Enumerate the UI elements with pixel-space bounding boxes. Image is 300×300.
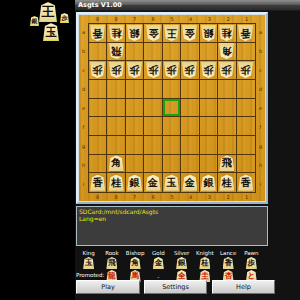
coord-label: c — [256, 61, 265, 80]
square-4f[interactable] — [181, 117, 199, 136]
legend-piece-king: 玉 — [83, 257, 94, 269]
status-language: Lang=en — [79, 215, 265, 222]
square-9d[interactable] — [89, 80, 107, 99]
app-title: Asgts V1.00 — [78, 1, 122, 9]
square-8i[interactable]: 桂 — [107, 173, 125, 192]
coord-label: e — [79, 99, 88, 118]
square-2a[interactable]: 桂 — [218, 24, 236, 43]
coord-label: 6 — [144, 193, 163, 201]
square-9e[interactable] — [89, 99, 107, 118]
sente-piece-銀: 銀 — [201, 175, 216, 191]
no-promotion-dash: - — [157, 273, 159, 280]
square-7g[interactable] — [126, 136, 144, 155]
square-2c[interactable]: 歩 — [218, 61, 236, 80]
legend-name-gold: Gold — [147, 250, 170, 257]
gote-piece-歩: 歩 — [164, 62, 179, 78]
square-2i[interactable]: 桂 — [218, 173, 236, 192]
legend-names-row: KingRookBishopGoldSilverKnightLancePawn — [77, 250, 263, 257]
square-7d[interactable] — [126, 80, 144, 99]
legend-name-king: King — [77, 250, 100, 257]
gote-piece-歩: 歩 — [201, 62, 216, 78]
status-console: SDCard:/mnt/sdcard/Asgts Lang=en — [76, 206, 268, 246]
sente-piece-飛: 飛 — [219, 155, 234, 171]
gote-piece-飛: 飛 — [109, 43, 124, 59]
gote-piece-金: 金 — [182, 25, 197, 41]
square-9a[interactable]: 香 — [89, 24, 107, 43]
square-9i[interactable]: 香 — [89, 173, 107, 192]
square-1f[interactable] — [237, 117, 255, 136]
square-1d[interactable] — [237, 80, 255, 99]
status-sdcard-path: SDCard:/mnt/sdcard/Asgts — [79, 208, 265, 215]
legend-piece-rook: 飛 — [106, 257, 117, 269]
square-8f[interactable] — [107, 117, 125, 136]
sente-piece-玉: 玉 — [164, 175, 179, 191]
gote-piece-歩: 歩 — [182, 62, 197, 78]
square-4d[interactable] — [181, 80, 199, 99]
square-5i[interactable]: 玉 — [163, 173, 181, 192]
coord-label: g — [256, 136, 265, 155]
coord-label: 6 — [144, 15, 163, 23]
square-3h[interactable] — [200, 155, 218, 174]
gote-piece-歩: 歩 — [238, 62, 253, 78]
gote-piece-歩: 歩 — [109, 62, 124, 78]
coord-label: 2 — [219, 193, 238, 201]
square-5h[interactable] — [163, 155, 181, 174]
gote-piece-王: 王 — [164, 25, 179, 41]
icon-shogi-piece: 王 — [39, 2, 57, 22]
square-1h[interactable] — [237, 155, 255, 174]
file-labels-top: 987654321 — [88, 15, 256, 23]
coord-label: e — [256, 99, 265, 118]
board-wood: 987654321 abcdefghi 香桂銀金王金銀桂香飛角歩歩歩歩歩歩歩歩歩… — [79, 15, 265, 201]
coord-label: h — [79, 155, 88, 174]
piece-legend: KingRookBishopGoldSilverKnightLancePawn … — [77, 250, 263, 282]
coord-label: 7 — [125, 15, 144, 23]
square-4b[interactable] — [181, 43, 199, 62]
square-8g[interactable] — [107, 136, 125, 155]
icon-shogi-piece: 歩 — [60, 13, 69, 23]
square-9g[interactable] — [89, 136, 107, 155]
gote-piece-金: 金 — [146, 25, 161, 41]
square-7f[interactable] — [126, 117, 144, 136]
legend-name-knight: Knight — [193, 250, 216, 257]
coord-label: b — [79, 42, 88, 61]
sente-piece-香: 香 — [90, 175, 105, 191]
coord-label: 2 — [219, 15, 238, 23]
gote-piece-歩: 歩 — [127, 62, 142, 78]
square-5g[interactable] — [163, 136, 181, 155]
coord-label: 5 — [163, 193, 182, 201]
square-8d[interactable] — [107, 80, 125, 99]
legend-piece-knight: 桂 — [199, 257, 210, 269]
square-2d[interactable] — [218, 80, 236, 99]
square-1g[interactable] — [237, 136, 255, 155]
square-2h[interactable]: 飛 — [218, 155, 236, 174]
square-6f[interactable] — [144, 117, 162, 136]
square-1e[interactable] — [237, 99, 255, 118]
file-labels-bottom: 987654321 — [88, 193, 256, 201]
square-6g[interactable] — [144, 136, 162, 155]
legend-name-pawn: Pawn — [240, 250, 263, 257]
board-grid: 香桂銀金王金銀桂香飛角歩歩歩歩歩歩歩歩歩角飛香桂銀金玉金銀桂香 — [88, 23, 256, 193]
square-2e[interactable] — [218, 99, 236, 118]
coord-label: 8 — [107, 193, 126, 201]
square-4h[interactable] — [181, 155, 199, 174]
square-2b[interactable]: 角 — [218, 43, 236, 62]
sente-piece-角: 角 — [109, 155, 124, 171]
coord-label: d — [79, 80, 88, 99]
sente-piece-香: 香 — [238, 175, 253, 191]
coord-label: 7 — [125, 193, 144, 201]
coord-label: 1 — [237, 15, 256, 23]
square-3e[interactable] — [200, 99, 218, 118]
coord-label: f — [256, 117, 265, 136]
square-8e[interactable] — [107, 99, 125, 118]
sente-piece-桂: 桂 — [109, 175, 124, 191]
coord-label: i — [79, 174, 88, 193]
square-4a[interactable]: 金 — [181, 24, 199, 43]
legend-piece-pawn: 歩 — [246, 257, 257, 269]
sente-piece-金: 金 — [146, 175, 161, 191]
square-2f[interactable] — [218, 117, 236, 136]
coord-label: b — [256, 42, 265, 61]
square-3i[interactable]: 銀 — [200, 173, 218, 192]
shogi-board-panel: 987654321 abcdefghi 香桂銀金王金銀桂香飛角歩歩歩歩歩歩歩歩歩… — [76, 12, 268, 204]
rank-labels-left: abcdefghi — [79, 23, 88, 193]
coord-label: 8 — [107, 15, 126, 23]
square-1a[interactable]: 香 — [237, 24, 255, 43]
gote-piece-香: 香 — [90, 25, 105, 41]
gote-piece-角: 角 — [219, 43, 234, 59]
sente-piece-金: 金 — [182, 175, 197, 191]
square-5c[interactable]: 歩 — [163, 61, 181, 80]
square-9f[interactable] — [89, 117, 107, 136]
selection-cursor — [163, 99, 180, 117]
legend-name-silver: Silver — [170, 250, 193, 257]
legend-name-lance: Lance — [217, 250, 240, 257]
sente-piece-銀: 銀 — [127, 175, 142, 191]
title-bar: Asgts V1.00 — [75, 0, 300, 11]
icon-shogi-piece: 玉 — [43, 23, 59, 41]
square-3d[interactable] — [200, 80, 218, 99]
legend-piece-lance: 香 — [223, 257, 234, 269]
square-4e[interactable] — [181, 99, 199, 118]
square-4c[interactable]: 歩 — [181, 61, 199, 80]
square-5e[interactable] — [163, 99, 181, 118]
square-4i[interactable]: 金 — [181, 173, 199, 192]
rank-labels-right: abcdefghi — [256, 23, 265, 193]
square-6d[interactable] — [144, 80, 162, 99]
gote-piece-歩: 歩 — [146, 62, 161, 78]
square-3c[interactable]: 歩 — [200, 61, 218, 80]
settings-button[interactable]: Settings — [144, 280, 207, 294]
gote-piece-銀: 銀 — [201, 25, 216, 41]
square-5f[interactable] — [163, 117, 181, 136]
square-8c[interactable]: 歩 — [107, 61, 125, 80]
square-7i[interactable]: 銀 — [126, 173, 144, 192]
sente-piece-桂: 桂 — [219, 175, 234, 191]
square-4g[interactable] — [181, 136, 199, 155]
coord-label: h — [256, 155, 265, 174]
square-3g[interactable] — [200, 136, 218, 155]
legend-name-rook: Rook — [100, 250, 123, 257]
square-8a[interactable]: 桂 — [107, 24, 125, 43]
screen: 王玉銀歩 Asgts V1.00 987654321 abcdefghi 香桂銀… — [0, 0, 300, 300]
square-9h[interactable] — [89, 155, 107, 174]
coord-label: d — [256, 80, 265, 99]
legend-piece-gold: 金 — [153, 257, 164, 269]
promoted-label: Promoted: — [76, 272, 104, 278]
gote-piece-銀: 銀 — [127, 25, 142, 41]
square-1c[interactable]: 歩 — [237, 61, 255, 80]
square-7h[interactable] — [126, 155, 144, 174]
gote-piece-歩: 歩 — [90, 62, 105, 78]
square-6b[interactable] — [144, 43, 162, 62]
legend-piece-silver: 銀 — [176, 257, 187, 269]
square-8b[interactable]: 飛 — [107, 43, 125, 62]
square-7b[interactable] — [126, 43, 144, 62]
legend-tiles-row: 玉飛角金銀桂香歩 — [77, 257, 263, 269]
coord-label: 4 — [181, 15, 200, 23]
square-6i[interactable]: 金 — [144, 173, 162, 192]
legend-name-bishop: Bishop — [124, 250, 147, 257]
square-3a[interactable]: 銀 — [200, 24, 218, 43]
coord-label: f — [79, 117, 88, 136]
square-9b[interactable] — [89, 43, 107, 62]
coord-label: 9 — [88, 15, 107, 23]
play-button[interactable]: Play — [76, 280, 140, 294]
coord-label: 3 — [200, 193, 219, 201]
coord-label: a — [79, 23, 88, 42]
square-5b[interactable] — [163, 43, 181, 62]
coord-label: 9 — [88, 193, 107, 201]
coord-label: c — [79, 61, 88, 80]
square-3f[interactable] — [200, 117, 218, 136]
square-7e[interactable] — [126, 99, 144, 118]
app-window: Asgts V1.00 987654321 abcdefghi 香桂銀金王金銀桂… — [75, 0, 300, 300]
square-6e[interactable] — [144, 99, 162, 118]
square-8h[interactable]: 角 — [107, 155, 125, 174]
help-button[interactable]: Help — [212, 280, 275, 294]
square-6c[interactable]: 歩 — [144, 61, 162, 80]
coord-label: 4 — [181, 193, 200, 201]
coord-label: g — [79, 136, 88, 155]
square-9c[interactable]: 歩 — [89, 61, 107, 80]
square-3b[interactable] — [200, 43, 218, 62]
square-2g[interactable] — [218, 136, 236, 155]
gote-piece-歩: 歩 — [219, 62, 234, 78]
gote-piece-桂: 桂 — [109, 25, 124, 41]
square-1b[interactable] — [237, 43, 255, 62]
square-1i[interactable]: 香 — [237, 173, 255, 192]
gote-piece-香: 香 — [238, 25, 253, 41]
square-6h[interactable] — [144, 155, 162, 174]
square-6a[interactable]: 金 — [144, 24, 162, 43]
gote-piece-桂: 桂 — [219, 25, 234, 41]
coord-label: i — [256, 174, 265, 193]
coord-label: a — [256, 23, 265, 42]
coord-label: 5 — [163, 15, 182, 23]
square-7c[interactable]: 歩 — [126, 61, 144, 80]
icon-shogi-piece: 銀 — [30, 16, 39, 26]
square-5d[interactable] — [163, 80, 181, 99]
coord-label: 1 — [237, 193, 256, 201]
square-5a[interactable]: 王 — [163, 24, 181, 43]
square-7a[interactable]: 銀 — [126, 24, 144, 43]
coord-label: 3 — [200, 15, 219, 23]
legend-piece-bishop: 角 — [130, 257, 141, 269]
